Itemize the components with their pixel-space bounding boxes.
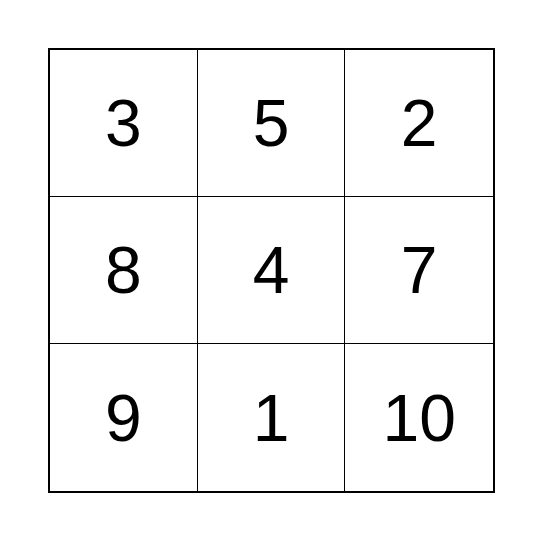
grid-cell-r2c1[interactable]: 8 [50, 197, 198, 344]
page: 3 5 2 8 4 7 9 1 10 [0, 0, 544, 544]
grid-cell-r1c3[interactable]: 2 [345, 50, 493, 197]
grid-cell-r2c3[interactable]: 7 [345, 197, 493, 344]
grid-cell-r3c1[interactable]: 9 [50, 344, 198, 491]
grid-cell-r1c2[interactable]: 5 [198, 50, 346, 197]
number-grid: 3 5 2 8 4 7 9 1 10 [48, 48, 495, 493]
grid-cell-r3c2[interactable]: 1 [198, 344, 346, 491]
grid-cell-r2c2[interactable]: 4 [198, 197, 346, 344]
grid-cell-r3c3[interactable]: 10 [345, 344, 493, 491]
grid-cell-r1c1[interactable]: 3 [50, 50, 198, 197]
